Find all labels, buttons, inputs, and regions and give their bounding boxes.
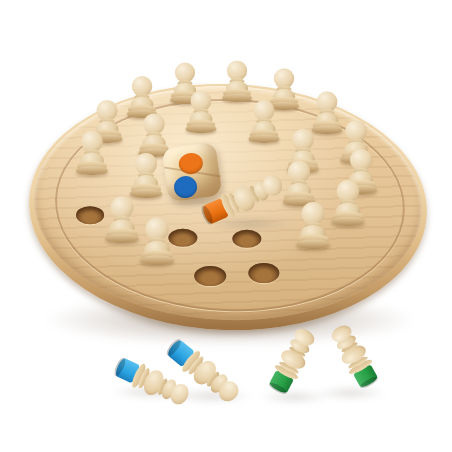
standing-peg[interactable] <box>332 180 365 226</box>
color-die[interactable] <box>162 142 223 203</box>
peg-base2 <box>332 217 365 226</box>
peg-base2 <box>249 134 280 143</box>
die-blue-dot <box>173 175 199 200</box>
peg-base2 <box>186 124 216 133</box>
standing-peg[interactable] <box>296 202 329 249</box>
contact-shadow <box>315 386 387 400</box>
standing-peg[interactable] <box>130 153 162 198</box>
standing-peg[interactable] <box>127 76 157 118</box>
empty-peg-hole <box>248 263 279 283</box>
standing-peg[interactable] <box>222 61 252 102</box>
standing-peg[interactable] <box>139 113 170 157</box>
peg-base2 <box>296 240 329 249</box>
standing-peg[interactable] <box>312 91 342 134</box>
standing-peg[interactable] <box>76 131 107 175</box>
peg-base2 <box>140 255 174 265</box>
memory-peg-game-photo <box>0 0 452 452</box>
peg-base2 <box>222 94 252 102</box>
empty-peg-hole <box>194 266 226 286</box>
peg-base2 <box>105 234 138 243</box>
empty-peg-hole <box>76 206 104 224</box>
standing-peg[interactable] <box>249 100 280 143</box>
peg-base2 <box>76 166 107 175</box>
standing-peg[interactable] <box>283 161 315 206</box>
standing-peg[interactable] <box>140 217 174 265</box>
standing-peg[interactable] <box>186 90 216 133</box>
standing-peg[interactable] <box>105 196 138 243</box>
